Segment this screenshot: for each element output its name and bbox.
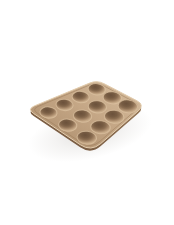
product-photo	[0, 0, 174, 225]
muffin-pan-illustration	[0, 0, 174, 225]
